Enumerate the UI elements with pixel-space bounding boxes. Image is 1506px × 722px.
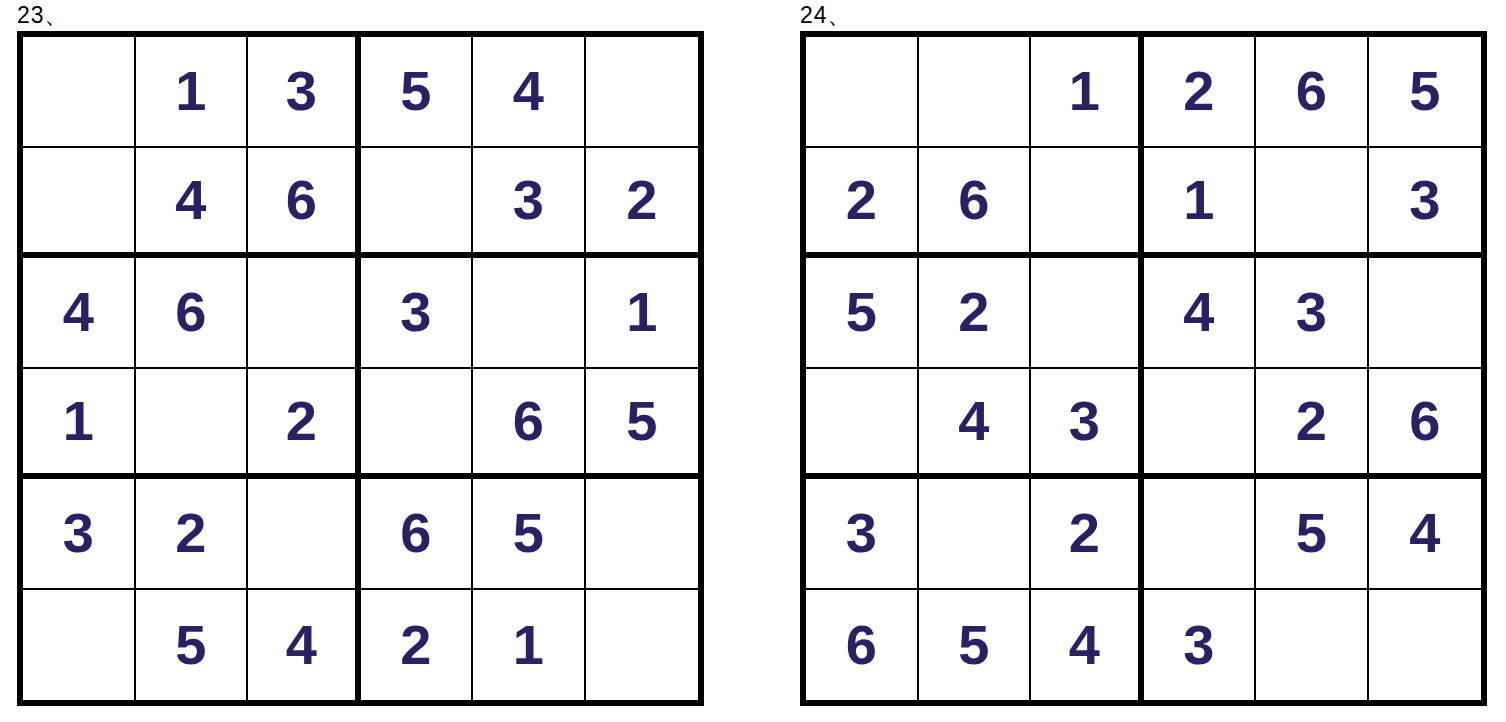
puzzle-23-cell-r4c3: 2 — [248, 369, 361, 480]
puzzle-24-cell-r4c6: 6 — [1369, 369, 1482, 480]
puzzle-23-cell-r6c1 — [23, 590, 136, 701]
sudoku-worksheet: 23、 135446324631126532655421 24、 1265261… — [0, 0, 1506, 722]
puzzle-24-cell-r5c1: 3 — [806, 479, 919, 590]
puzzle-23-cell-r1c1 — [23, 37, 136, 148]
puzzle-23-cell-r6c5: 1 — [473, 590, 586, 701]
puzzle-23-cell-r5c3 — [248, 479, 361, 590]
puzzle-24-cell-r1c6: 5 — [1369, 37, 1482, 148]
puzzle-23-cell-r6c3: 4 — [248, 590, 361, 701]
puzzle-24-cell-r6c4: 3 — [1144, 590, 1257, 701]
puzzle-23-cell-r5c1: 3 — [23, 479, 136, 590]
puzzle-23-cell-r3c4: 3 — [361, 258, 474, 369]
puzzle-23-cell-r2c3: 6 — [248, 148, 361, 259]
puzzle-24-cell-r4c5: 2 — [1256, 369, 1369, 480]
puzzle-24-cell-r3c3 — [1031, 258, 1144, 369]
puzzle-23-cell-r4c6: 5 — [586, 369, 699, 480]
puzzle-23-cell-r3c2: 6 — [136, 258, 249, 369]
puzzle-24-cell-r5c4 — [1144, 479, 1257, 590]
puzzle-23: 23、 135446324631126532655421 — [17, 0, 704, 706]
puzzle-23-cell-r1c6 — [586, 37, 699, 148]
puzzle-24-cell-r6c1: 6 — [806, 590, 919, 701]
puzzle-24-cell-r5c6: 4 — [1369, 479, 1482, 590]
puzzle-23-cell-r1c4: 5 — [361, 37, 474, 148]
puzzle-24-cell-r2c3 — [1031, 148, 1144, 259]
puzzle-23-cell-r1c5: 4 — [473, 37, 586, 148]
puzzle-23-cell-r3c6: 1 — [586, 258, 699, 369]
puzzle-24-cell-r5c3: 2 — [1031, 479, 1144, 590]
puzzle-24-cell-r4c3: 3 — [1031, 369, 1144, 480]
puzzle-23-cell-r5c4: 6 — [361, 479, 474, 590]
puzzle-24-cell-r6c5 — [1256, 590, 1369, 701]
puzzle-23-label: 23、 — [17, 0, 704, 31]
puzzle-23-cell-r6c4: 2 — [361, 590, 474, 701]
puzzle-24-cell-r6c2: 5 — [919, 590, 1032, 701]
puzzle-23-cell-r2c1 — [23, 148, 136, 259]
puzzle-24-cell-r3c6 — [1369, 258, 1482, 369]
puzzle-23-cell-r5c6 — [586, 479, 699, 590]
puzzle-23-cell-r4c5: 6 — [473, 369, 586, 480]
puzzle-23-cell-r5c5: 5 — [473, 479, 586, 590]
puzzle-23-cell-r3c5 — [473, 258, 586, 369]
puzzle-24-cell-r5c2 — [919, 479, 1032, 590]
puzzle-23-cell-r3c1: 4 — [23, 258, 136, 369]
puzzle-24-cell-r3c2: 2 — [919, 258, 1032, 369]
puzzle-24-cell-r4c2: 4 — [919, 369, 1032, 480]
puzzle-23-grid: 135446324631126532655421 — [17, 31, 704, 706]
puzzle-23-cell-r4c4 — [361, 369, 474, 480]
puzzle-24-cell-r2c1: 2 — [806, 148, 919, 259]
puzzle-24-cell-r1c4: 2 — [1144, 37, 1257, 148]
puzzle-24-grid: 126526135243432632546543 — [800, 31, 1487, 706]
puzzle-24-cell-r4c4 — [1144, 369, 1257, 480]
puzzle-24-cell-r1c2 — [919, 37, 1032, 148]
puzzle-23-cell-r2c4 — [361, 148, 474, 259]
puzzle-23-cell-r3c3 — [248, 258, 361, 369]
puzzle-23-cell-r4c1: 1 — [23, 369, 136, 480]
puzzle-24-cell-r4c1 — [806, 369, 919, 480]
puzzle-24-cell-r1c3: 1 — [1031, 37, 1144, 148]
puzzle-24-cell-r5c5: 5 — [1256, 479, 1369, 590]
puzzle-24-cell-r2c4: 1 — [1144, 148, 1257, 259]
puzzle-24-cell-r3c5: 3 — [1256, 258, 1369, 369]
puzzle-23-cell-r6c2: 5 — [136, 590, 249, 701]
puzzle-23-cell-r2c5: 3 — [473, 148, 586, 259]
puzzle-24: 24、 126526135243432632546543 — [800, 0, 1487, 706]
puzzle-23-cell-r5c2: 2 — [136, 479, 249, 590]
puzzle-24-cell-r2c2: 6 — [919, 148, 1032, 259]
puzzle-24-cell-r6c6 — [1369, 590, 1482, 701]
puzzle-24-cell-r1c1 — [806, 37, 919, 148]
puzzle-23-cell-r1c3: 3 — [248, 37, 361, 148]
puzzle-24-cell-r6c3: 4 — [1031, 590, 1144, 701]
puzzle-24-label: 24、 — [800, 0, 1487, 31]
puzzle-24-cell-r2c5 — [1256, 148, 1369, 259]
puzzle-23-cell-r2c2: 4 — [136, 148, 249, 259]
puzzle-24-cell-r2c6: 3 — [1369, 148, 1482, 259]
puzzle-23-cell-r1c2: 1 — [136, 37, 249, 148]
puzzle-24-cell-r3c1: 5 — [806, 258, 919, 369]
puzzle-23-cell-r4c2 — [136, 369, 249, 480]
puzzle-23-cell-r2c6: 2 — [586, 148, 699, 259]
puzzle-24-cell-r3c4: 4 — [1144, 258, 1257, 369]
puzzle-23-cell-r6c6 — [586, 590, 699, 701]
puzzle-24-cell-r1c5: 6 — [1256, 37, 1369, 148]
